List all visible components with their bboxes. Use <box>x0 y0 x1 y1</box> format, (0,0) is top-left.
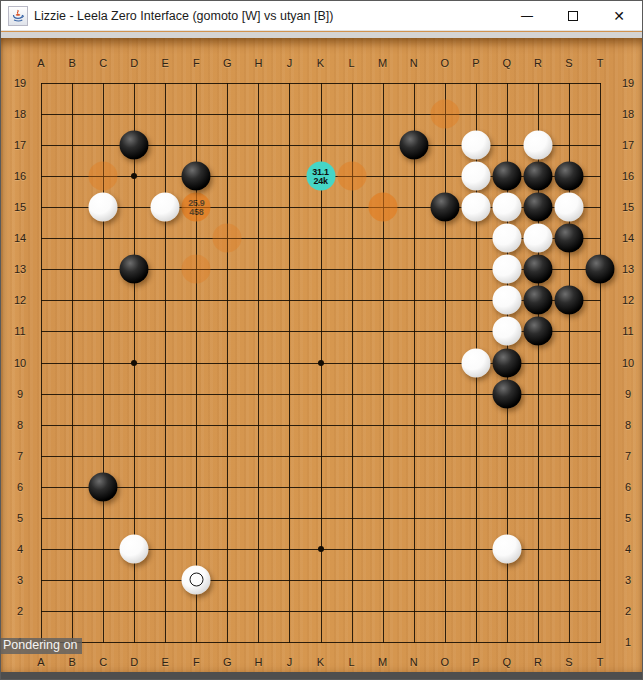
black-stone <box>492 348 521 377</box>
white-stone <box>492 224 521 253</box>
coord-label-row: 8 <box>17 419 23 431</box>
coord-label-column: P <box>472 656 479 668</box>
grid-line <box>41 580 601 581</box>
coord-label-column: M <box>378 656 387 668</box>
coord-label-row: 11 <box>622 325 633 337</box>
coord-label-row: 12 <box>622 294 634 306</box>
coord-label-row: 6 <box>625 481 631 493</box>
coord-label-column: K <box>317 57 324 69</box>
coord-label-column: T <box>597 656 604 668</box>
best-move-suggestion[interactable]: 31.124k <box>306 162 335 191</box>
grid-line <box>414 83 415 643</box>
coord-label-column: R <box>534 656 542 668</box>
coord-label-column: G <box>223 656 232 668</box>
coord-label-column: A <box>37 57 44 69</box>
coord-label-column: Q <box>503 57 512 69</box>
white-stone <box>89 193 118 222</box>
coord-label-row: 5 <box>625 512 631 524</box>
white-stone <box>523 131 552 160</box>
coord-label-column: Q <box>503 656 512 668</box>
coord-label-row: 7 <box>17 450 23 462</box>
last-move-marker <box>189 573 203 587</box>
coord-label-column: H <box>254 656 262 668</box>
coord-label-column: R <box>534 57 542 69</box>
grid-line <box>41 487 601 488</box>
move-suggestion[interactable] <box>213 224 242 253</box>
black-stone <box>492 162 521 191</box>
white-stone <box>461 162 490 191</box>
coord-label-column: H <box>254 57 262 69</box>
coord-label-row: 4 <box>625 543 631 555</box>
star-point <box>318 546 324 552</box>
coord-label-column: E <box>162 57 169 69</box>
black-stone <box>120 131 149 160</box>
white-stone <box>523 224 552 253</box>
coord-label-row: 5 <box>17 512 23 524</box>
coord-label-row: 1 <box>625 636 631 648</box>
suggestion-visits: 24k <box>313 176 327 185</box>
white-stone <box>555 193 584 222</box>
white-stone <box>492 193 521 222</box>
grid-line <box>41 642 601 643</box>
white-stone <box>182 565 211 594</box>
white-stone <box>461 193 490 222</box>
black-stone <box>555 286 584 315</box>
coord-label-row: 11 <box>14 325 25 337</box>
title-bar: Lizzie - Leela Zero Interface (gomoto [W… <box>1 1 642 31</box>
coord-label-row: 16 <box>622 170 634 182</box>
coord-label-row: 15 <box>622 201 634 213</box>
coord-label-column: E <box>162 656 169 668</box>
coord-label-column: D <box>130 57 138 69</box>
black-stone <box>89 472 118 501</box>
coord-label-column: T <box>597 57 604 69</box>
move-suggestion[interactable] <box>89 162 118 191</box>
window-title: Lizzie - Leela Zero Interface (gomoto [W… <box>34 9 333 23</box>
coord-label-row: 7 <box>625 450 631 462</box>
grid-line <box>383 83 384 643</box>
coord-label-row: 10 <box>14 357 26 369</box>
coord-label-row: 13 <box>14 263 26 275</box>
black-stone <box>120 255 149 284</box>
white-stone <box>492 317 521 346</box>
coord-label-row: 17 <box>622 139 634 151</box>
black-stone <box>399 131 428 160</box>
move-suggestion[interactable] <box>182 255 211 284</box>
lizzie-window: Lizzie - Leela Zero Interface (gomoto [W… <box>0 0 643 680</box>
star-point <box>318 360 324 366</box>
coord-label-column: F <box>193 656 200 668</box>
coord-label-row: 14 <box>622 232 634 244</box>
suggestion-visits: 458 <box>189 207 203 216</box>
move-suggestion[interactable] <box>337 162 366 191</box>
coord-label-column: O <box>440 57 449 69</box>
coord-label-column: L <box>349 656 355 668</box>
star-point <box>131 360 137 366</box>
black-stone <box>586 255 615 284</box>
minimize-button[interactable]: — <box>504 1 550 30</box>
coord-label-row: 4 <box>17 543 23 555</box>
coord-label-column: M <box>378 57 387 69</box>
pondering-status: Pondering on <box>1 638 82 654</box>
white-stone <box>492 534 521 563</box>
coord-label-column: S <box>565 656 572 668</box>
black-stone <box>523 286 552 315</box>
coord-label-row: 6 <box>17 481 23 493</box>
black-stone <box>523 255 552 284</box>
coord-label-column: K <box>317 656 324 668</box>
black-stone <box>555 224 584 253</box>
coord-label-column: O <box>440 656 449 668</box>
coord-label-column: A <box>37 656 44 668</box>
black-stone <box>430 193 459 222</box>
move-suggestion[interactable]: 25.9458 <box>182 193 211 222</box>
coord-label-column: S <box>565 57 572 69</box>
black-stone <box>523 162 552 191</box>
coord-label-column: J <box>287 656 293 668</box>
coord-label-row: 10 <box>622 357 634 369</box>
grid-line <box>41 425 601 426</box>
black-stone <box>523 317 552 346</box>
grid-line <box>41 611 601 612</box>
black-stone <box>555 162 584 191</box>
white-stone <box>492 255 521 284</box>
white-stone <box>461 131 490 160</box>
coord-label-column: F <box>193 57 200 69</box>
white-stone <box>492 286 521 315</box>
coord-label-column: J <box>287 57 293 69</box>
coord-label-row: 2 <box>17 605 23 617</box>
coord-label-column: P <box>472 57 479 69</box>
coord-label-row: 17 <box>14 139 26 151</box>
move-suggestion[interactable] <box>368 193 397 222</box>
grid-line <box>41 456 601 457</box>
close-button[interactable]: ✕ <box>596 1 642 30</box>
white-stone <box>120 534 149 563</box>
black-stone <box>182 162 211 191</box>
coord-label-row: 9 <box>625 388 631 400</box>
maximize-button[interactable] <box>550 1 596 30</box>
grid-line <box>445 83 446 643</box>
coord-label-column: G <box>223 57 232 69</box>
grid-line <box>41 518 601 519</box>
black-stone <box>492 379 521 408</box>
window-controls: — ✕ <box>504 1 642 30</box>
java-icon <box>8 6 28 26</box>
black-stone <box>523 193 552 222</box>
coord-label-column: B <box>68 57 75 69</box>
coord-label-row: 13 <box>622 263 634 275</box>
maximize-icon <box>568 11 578 21</box>
go-board[interactable]: AABBCCDDEEFFGGHHJJKKLLMMNNOOPPQQRRSSTT19… <box>1 38 643 674</box>
grid-line <box>600 83 601 643</box>
coord-label-row: 12 <box>14 294 26 306</box>
coord-label-row: 3 <box>625 574 631 586</box>
coord-label-column: C <box>99 656 107 668</box>
coord-label-row: 18 <box>14 108 26 120</box>
star-point <box>131 173 137 179</box>
coord-label-column: D <box>130 656 138 668</box>
coord-label-row: 19 <box>622 77 634 89</box>
coord-label-column: L <box>349 57 355 69</box>
coord-label-row: 19 <box>14 77 26 89</box>
coord-label-row: 8 <box>625 419 631 431</box>
white-stone <box>151 193 180 222</box>
coord-label-column: N <box>410 656 418 668</box>
coord-label-column: B <box>68 656 75 668</box>
coord-label-column: C <box>99 57 107 69</box>
white-stone <box>461 348 490 377</box>
move-suggestion[interactable] <box>430 100 459 129</box>
coord-label-row: 18 <box>622 108 634 120</box>
coord-label-row: 15 <box>14 201 26 213</box>
coord-label-row: 14 <box>14 232 26 244</box>
coord-label-column: N <box>410 57 418 69</box>
window-bottom-border <box>1 672 642 679</box>
coord-label-row: 2 <box>625 605 631 617</box>
coord-label-row: 9 <box>17 388 23 400</box>
coord-label-row: 16 <box>14 170 26 182</box>
coord-label-row: 3 <box>17 574 23 586</box>
